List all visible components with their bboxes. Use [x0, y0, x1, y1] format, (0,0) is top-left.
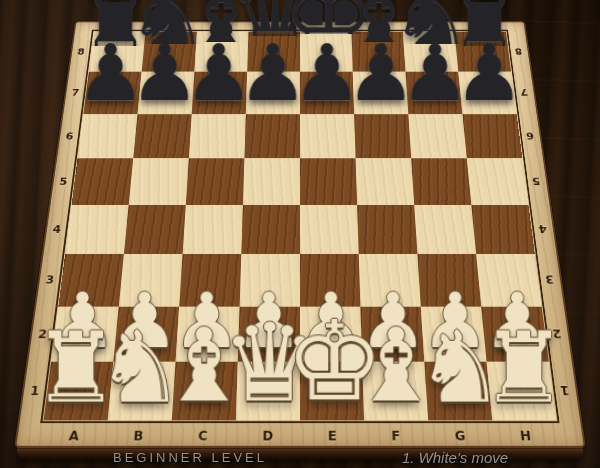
board-squares: ♜♞♝♛♚♝♞♜♟♟♟♟♟♟♟♟♟♟♟♟♟♟♟♟♜♞♝♛♚♝♞♜: [44, 32, 557, 420]
square-h7[interactable]: ♟: [458, 72, 516, 114]
scene: ♜♞♝♛♚♝♞♜♟♟♟♟♟♟♟♟♟♟♟♟♟♟♟♟♜♞♝♛♚♝♞♜ 8765432…: [0, 0, 600, 468]
file-labels: ABCDEFGH: [40, 422, 560, 448]
square-f5[interactable]: [356, 158, 415, 205]
rank-label-left-6: 6: [65, 130, 74, 142]
rank-label-left-5: 5: [59, 175, 69, 187]
square-b5[interactable]: [129, 158, 189, 205]
square-h4[interactable]: [471, 205, 535, 254]
level-label: BEGINNER LEVEL: [55, 450, 325, 465]
square-f4[interactable]: [357, 205, 417, 254]
rank-label-right-4: 4: [538, 223, 548, 236]
square-e5[interactable]: [300, 158, 357, 205]
rank-label-right-6: 6: [526, 130, 535, 142]
move-indicator: 1. White's move: [335, 449, 575, 466]
square-a6[interactable]: [78, 114, 138, 158]
rank-label-right-3: 3: [545, 273, 555, 287]
square-h1[interactable]: ♜: [487, 362, 557, 421]
rank-label-left-4: 4: [52, 223, 62, 236]
square-g4[interactable]: [414, 205, 476, 254]
square-e4[interactable]: [300, 205, 359, 254]
square-d5[interactable]: [243, 158, 300, 205]
square-a4[interactable]: [65, 205, 129, 254]
square-c4[interactable]: [183, 205, 243, 254]
square-h5[interactable]: [467, 158, 529, 205]
rank-label-right-5: 5: [532, 175, 542, 187]
square-c5[interactable]: [186, 158, 245, 205]
square-g6[interactable]: [408, 114, 466, 158]
square-b4[interactable]: [124, 205, 186, 254]
square-g5[interactable]: [411, 158, 471, 205]
square-e6[interactable]: [300, 114, 356, 158]
chess-board: ♜♞♝♛♚♝♞♜♟♟♟♟♟♟♟♟♟♟♟♟♟♟♟♟♜♞♝♛♚♝♞♜ 8765432…: [14, 21, 586, 448]
square-b6[interactable]: [133, 114, 191, 158]
square-h6[interactable]: [462, 114, 522, 158]
square-c6[interactable]: [189, 114, 246, 158]
square-d6[interactable]: [244, 114, 300, 158]
square-f6[interactable]: [354, 114, 411, 158]
square-d4[interactable]: [241, 205, 300, 254]
square-a5[interactable]: [72, 158, 134, 205]
